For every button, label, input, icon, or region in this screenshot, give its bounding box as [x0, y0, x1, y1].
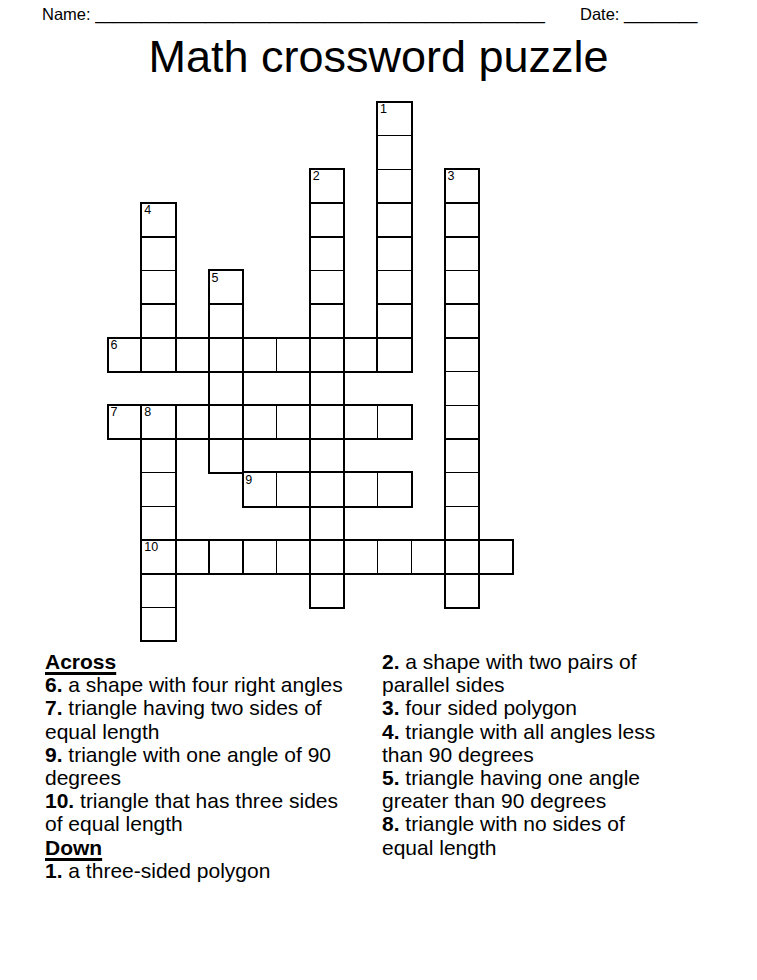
- cell-number-9: 9: [245, 474, 252, 487]
- clue-number-down-2: 2.: [382, 650, 400, 673]
- name-label: Name:: [42, 5, 91, 23]
- clue-across-10: 10. triangle that has three sides of equ…: [45, 789, 355, 835]
- clue-text-down-2: a shape with two pairs of parallel sides: [382, 650, 636, 696]
- cell-number-10: 10: [144, 541, 158, 554]
- word-1-down[interactable]: [376, 101, 412, 373]
- clue-down-4: 4. triangle with all angles less than 90…: [382, 720, 672, 766]
- cell-number-1: 1: [380, 103, 387, 116]
- name-blank-line[interactable]: ________________________________________…: [95, 5, 545, 23]
- clue-number-down-5: 5.: [382, 766, 400, 789]
- cell-number-3: 3: [448, 170, 455, 183]
- clue-number-down-3: 3.: [382, 696, 400, 719]
- clue-text-across-10: triangle that has three sides of equal l…: [45, 789, 338, 835]
- down-header: Down: [45, 836, 355, 859]
- clue-down-5: 5. triangle having one angle greater tha…: [382, 766, 672, 812]
- cell-number-5: 5: [212, 272, 219, 285]
- clue-number-down-4: 4.: [382, 720, 400, 743]
- clue-across-6: 6. a shape with four right angles: [45, 673, 355, 696]
- clues-column-1: Across 6. a shape with four right angles…: [45, 650, 355, 882]
- clue-text-down-3: four sided polygon: [405, 696, 577, 719]
- clue-text-across-6: a shape with four right angles: [68, 673, 342, 696]
- clue-text-down-5: triangle having one angle greater than 9…: [382, 766, 640, 812]
- date-label: Date:: [580, 5, 619, 23]
- clue-text-across-7: triangle having two sides of equal lengt…: [45, 696, 322, 742]
- cell-number-4: 4: [144, 204, 151, 217]
- clue-number-down-1: 1.: [45, 859, 63, 882]
- worksheet-page: Name: __________________________________…: [0, 0, 757, 980]
- clue-down-8: 8. triangle with no sides of equal lengt…: [382, 812, 672, 858]
- clue-down-3: 3. four sided polygon: [382, 696, 672, 719]
- across-header: Across: [45, 650, 355, 673]
- date-blank-line[interactable]: ________: [624, 5, 697, 23]
- word-8-down[interactable]: [140, 404, 176, 642]
- word-9-across[interactable]: [242, 471, 413, 507]
- cell-number-2: 2: [313, 170, 320, 183]
- clue-number-across-7: 7.: [45, 696, 63, 719]
- cell-number-7: 7: [111, 406, 118, 419]
- clue-text-down-4: triangle with all angles less than 90 de…: [382, 720, 655, 766]
- cell-number-8: 8: [144, 406, 151, 419]
- word-10-across[interactable]: [140, 539, 513, 575]
- clue-across-9: 9. triangle with one angle of 90 degrees: [45, 743, 355, 789]
- clue-number-across-10: 10.: [45, 789, 74, 812]
- cell-number-6: 6: [111, 339, 118, 352]
- date-field: Date: ________: [580, 4, 697, 24]
- clue-across-7: 7. triangle having two sides of equal le…: [45, 696, 355, 742]
- page-title: Math crossword puzzle: [0, 34, 757, 80]
- clue-text-across-9: triangle with one angle of 90 degrees: [45, 743, 331, 789]
- clue-text-down-8: triangle with no sides of equal length: [382, 812, 625, 858]
- clue-number-down-8: 8.: [382, 812, 400, 835]
- clue-number-across-6: 6.: [45, 673, 63, 696]
- crossword-grid: 12345678910: [108, 102, 513, 642]
- clue-down-1: 1. a three-sided polygon: [45, 859, 355, 882]
- word-6-across[interactable]: [107, 337, 413, 373]
- clue-down-2: 2. a shape with two pairs of parallel si…: [382, 650, 672, 696]
- clues-column-2: 2. a shape with two pairs of parallel si…: [382, 650, 672, 859]
- clue-text-down-1: a three-sided polygon: [68, 859, 270, 882]
- clue-number-across-9: 9.: [45, 743, 63, 766]
- name-field: Name: __________________________________…: [42, 4, 545, 24]
